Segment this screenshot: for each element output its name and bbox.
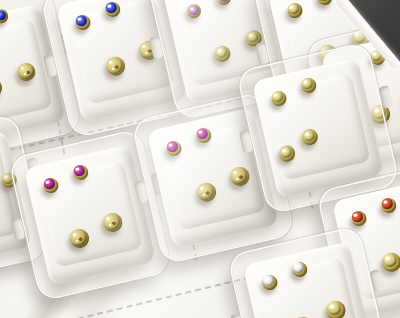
peridot-stud — [380, 251, 400, 274]
photo-scene — [0, 0, 400, 318]
peridot-stud — [324, 299, 347, 318]
blister-pack — [252, 57, 384, 198]
blister-pack — [24, 144, 156, 285]
blister-pack — [243, 241, 375, 318]
